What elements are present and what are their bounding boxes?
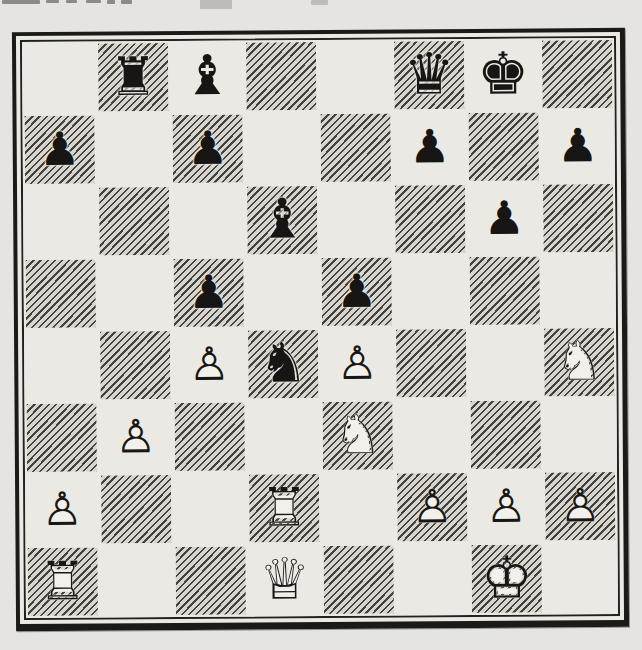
square-f5 <box>393 255 468 328</box>
square-d6: ♝ <box>245 184 320 257</box>
white-piece-outline: ♙ <box>411 483 453 529</box>
white-knight-e3: ♞♘ <box>323 401 393 469</box>
white-piece-outline: ♙ <box>115 413 157 459</box>
square-c7: ♟ <box>170 113 245 186</box>
white-rook-a1: ♜♖ <box>28 548 98 616</box>
square-h4: ♞♘ <box>542 326 617 399</box>
square-h8 <box>540 38 615 111</box>
print-smudge <box>200 0 232 9</box>
white-piece-outline: ♙ <box>559 482 601 528</box>
square-e3: ♞♘ <box>320 399 395 472</box>
square-a8 <box>22 42 97 115</box>
square-e4: ♟♙ <box>320 327 395 400</box>
square-f3 <box>394 399 469 472</box>
square-h6 <box>541 182 616 255</box>
square-c8: ♝ <box>170 41 245 114</box>
black-bishop-d6: ♝ <box>247 186 317 254</box>
white-pawn-b3: ♟♙ <box>98 401 173 474</box>
square-g5 <box>467 254 542 327</box>
square-b6 <box>97 185 172 258</box>
white-piece-outline: ♙ <box>188 341 230 387</box>
black-king-g8: ♚ <box>466 38 541 111</box>
square-d5 <box>245 256 320 329</box>
square-b7 <box>96 113 171 186</box>
square-h1 <box>543 542 618 615</box>
scanned-book-page: { "game": "chess", "diagram_style": "pri… <box>0 0 642 650</box>
black-piece-glyph: ♝ <box>257 191 307 246</box>
square-a6 <box>23 186 98 259</box>
square-e2 <box>321 471 396 544</box>
black-pawn-c5: ♟ <box>174 259 244 327</box>
white-pawn-g2: ♟♙ <box>469 470 544 543</box>
square-e5: ♟ <box>319 255 394 328</box>
square-g2: ♟♙ <box>469 470 544 543</box>
black-rook-b8: ♜ <box>98 43 168 111</box>
white-piece-outline: ♕ <box>259 550 311 607</box>
square-f7: ♟ <box>392 111 467 184</box>
white-pawn-h2: ♟♙ <box>545 472 615 540</box>
square-g3 <box>468 398 543 471</box>
white-piece-outline: ♙ <box>41 486 83 532</box>
square-e8 <box>318 39 393 112</box>
square-e1 <box>321 543 396 616</box>
print-smudge <box>86 0 101 3</box>
white-knight-h4: ♞♘ <box>544 328 614 396</box>
square-d3 <box>246 400 321 473</box>
white-piece-outline: ♖ <box>39 554 87 607</box>
square-d7 <box>244 112 319 185</box>
white-piece-outline: ♔ <box>481 548 533 606</box>
square-c5: ♟ <box>171 257 246 330</box>
square-a3 <box>24 402 99 475</box>
square-a5 <box>23 258 98 331</box>
black-piece-glyph: ♟ <box>557 122 599 168</box>
board-inner-rule: ♜♝♛♚♟♟♟♟♝♟♟♟♟♙♞♟♙♞♘♟♙♞♘♟♙♜♖♟♙♟♙♟♙♜♖♛♕♚♔ <box>20 36 620 620</box>
white-pawn-c4: ♟♙ <box>172 329 247 402</box>
black-piece-glyph: ♟ <box>409 123 451 169</box>
square-a7: ♟ <box>22 114 97 187</box>
white-piece-outline: ♘ <box>554 333 604 388</box>
square-c4: ♟♙ <box>172 329 247 402</box>
black-piece-glyph: ♟ <box>39 126 81 172</box>
white-piece-outline: ♘ <box>333 407 383 462</box>
black-pawn-c7: ♟ <box>172 115 242 183</box>
square-b2 <box>99 473 174 546</box>
black-piece-glyph: ♟ <box>188 269 230 315</box>
print-smudge <box>2 0 40 4</box>
black-bishop-c8: ♝ <box>170 41 245 114</box>
square-e7 <box>318 111 393 184</box>
square-h3 <box>542 398 617 471</box>
square-g4 <box>468 326 543 399</box>
black-queen-f8: ♛ <box>394 41 464 109</box>
white-king-g1: ♚♔ <box>472 544 542 612</box>
square-c3 <box>172 401 247 474</box>
square-b1 <box>100 545 175 618</box>
square-f1 <box>395 543 470 616</box>
print-smudge <box>121 0 132 4</box>
black-piece-glyph: ♚ <box>477 44 529 102</box>
black-piece-glyph: ♟ <box>336 268 378 314</box>
black-pawn-g6: ♟ <box>467 182 542 255</box>
square-c1 <box>174 545 249 618</box>
black-pawn-f7: ♟ <box>392 111 467 184</box>
black-piece-glyph: ♟ <box>483 195 525 241</box>
square-f8: ♛ <box>392 39 467 112</box>
black-pawn-a7: ♟ <box>25 116 95 184</box>
square-d2: ♜♖ <box>247 472 322 545</box>
square-f2: ♟♙ <box>395 471 470 544</box>
black-piece-glyph: ♝ <box>182 48 232 103</box>
square-d4: ♞ <box>246 328 321 401</box>
black-pawn-e5: ♟ <box>322 258 392 326</box>
black-piece-glyph: ♞ <box>258 335 308 390</box>
print-smudge <box>46 0 59 3</box>
square-g7 <box>466 110 541 183</box>
black-pawn-h7: ♟ <box>540 110 615 183</box>
black-piece-glyph: ♟ <box>187 125 229 171</box>
square-a2: ♟♙ <box>25 474 100 547</box>
square-b8: ♜ <box>96 41 171 114</box>
print-smudge <box>66 0 77 3</box>
square-f6 <box>393 183 468 256</box>
square-d1: ♛♕ <box>247 544 322 617</box>
white-piece-outline: ♙ <box>485 483 527 529</box>
square-d8 <box>244 40 319 113</box>
square-h5 <box>541 254 616 327</box>
print-smudge <box>107 0 115 4</box>
white-queen-d1: ♛♕ <box>247 544 322 617</box>
square-f4 <box>394 327 469 400</box>
white-pawn-e4: ♟♙ <box>320 327 395 400</box>
black-piece-glyph: ♛ <box>403 45 455 102</box>
square-b5 <box>97 257 172 330</box>
square-b4 <box>98 329 173 402</box>
white-pawn-a2: ♟♙ <box>25 474 100 547</box>
white-rook-d2: ♜♖ <box>249 474 319 542</box>
square-c6 <box>171 185 246 258</box>
square-g8: ♚ <box>466 38 541 111</box>
square-c2 <box>173 473 248 546</box>
square-g1: ♚♔ <box>469 542 544 615</box>
white-pawn-f2: ♟♙ <box>397 473 467 541</box>
square-h2: ♟♙ <box>543 470 618 543</box>
square-a4 <box>24 330 99 403</box>
white-piece-outline: ♖ <box>260 481 308 534</box>
square-g6: ♟ <box>467 182 542 255</box>
black-knight-d4: ♞ <box>248 330 318 398</box>
square-h7: ♟ <box>540 110 615 183</box>
white-piece-outline: ♙ <box>336 340 378 386</box>
print-smudge <box>311 0 328 5</box>
square-e6 <box>319 183 394 256</box>
chess-board: ♜♝♛♚♟♟♟♟♝♟♟♟♟♙♞♟♙♞♘♟♙♞♘♟♙♜♖♟♙♟♙♟♙♜♖♛♕♚♔ <box>22 38 618 618</box>
board-frame: ♜♝♛♚♟♟♟♟♝♟♟♟♟♙♞♟♙♞♘♟♙♞♘♟♙♜♖♟♙♟♙♟♙♜♖♛♕♚♔ <box>12 28 629 631</box>
black-piece-glyph: ♜ <box>109 50 157 103</box>
square-a1: ♜♖ <box>26 546 101 619</box>
square-b3: ♟♙ <box>98 401 173 474</box>
